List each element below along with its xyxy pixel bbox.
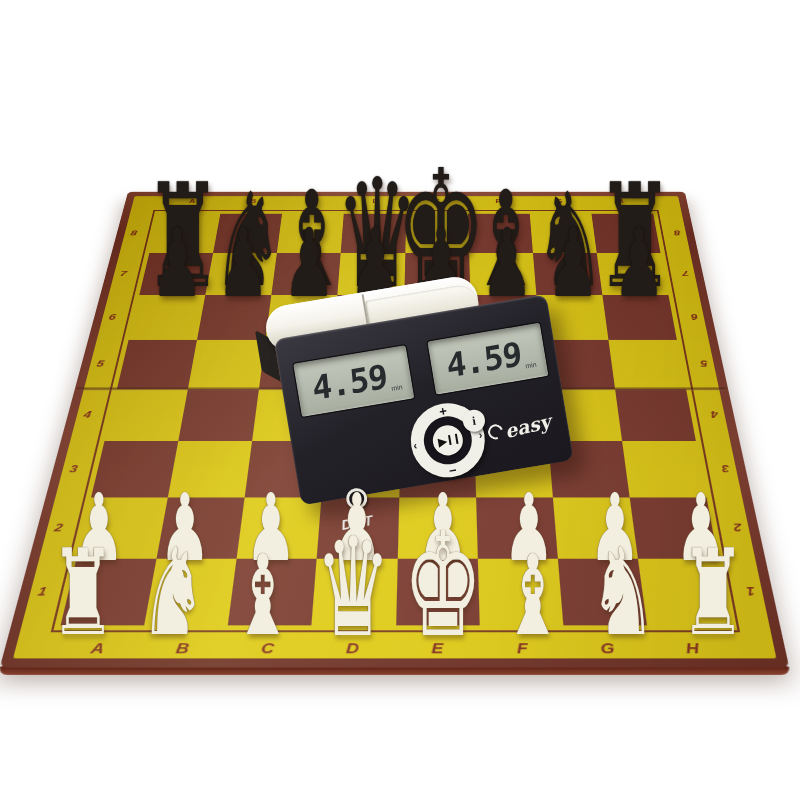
- play-icon: ▶: [437, 434, 447, 448]
- black-pawn-h7[interactable]: ♟: [613, 216, 666, 311]
- white-bishop-f1[interactable]: ♝: [502, 540, 564, 651]
- white-king-e1[interactable]: ♚: [403, 514, 483, 658]
- left-arrow-button[interactable]: ‹: [412, 440, 417, 451]
- right-time-unit: min: [525, 361, 539, 380]
- black-pawn-b7[interactable]: ♟: [217, 216, 270, 311]
- black-pawn-a7[interactable]: ♟: [151, 216, 204, 311]
- right-time: 4.59: [445, 334, 523, 385]
- white-rook-h1[interactable]: ♜: [680, 534, 746, 653]
- left-time: 4.59: [311, 356, 389, 407]
- clock-display-left: 4.59 min: [292, 344, 416, 418]
- square-h5[interactable]: [608, 340, 686, 388]
- right-arrow-button[interactable]: ›: [478, 429, 483, 440]
- square-b5[interactable]: [188, 340, 266, 388]
- sound-icon: i: [471, 413, 477, 428]
- white-rook-a1[interactable]: ♜: [50, 534, 116, 653]
- easy-model-text: easy: [503, 410, 553, 442]
- square-b4[interactable]: [178, 389, 259, 441]
- board-side-edge: [0, 667, 791, 675]
- easy-swoosh-icon: [486, 421, 506, 441]
- square-a4[interactable]: [105, 389, 189, 441]
- pause-icon: [448, 434, 459, 445]
- white-knight-g1[interactable]: ♞: [589, 532, 656, 653]
- left-time-unit: min: [391, 383, 405, 402]
- photo-stage: ABCDEFGH ABCDEFGH 87654321 87654321 ♜♞♝♛…: [0, 0, 800, 800]
- clock-display-right: 4.59 min: [426, 321, 550, 395]
- easy-model-logo: easy: [486, 411, 552, 443]
- black-pawn-g7[interactable]: ♟: [547, 216, 600, 311]
- square-a5[interactable]: [117, 340, 197, 388]
- white-queen-d1[interactable]: ♛: [315, 519, 391, 656]
- square-h4[interactable]: [615, 389, 696, 441]
- white-knight-b1[interactable]: ♞: [139, 532, 206, 653]
- white-bishop-c1[interactable]: ♝: [232, 540, 294, 651]
